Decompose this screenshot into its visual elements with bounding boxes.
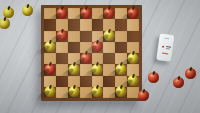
square-r7c6[interactable]: [103, 76, 115, 87]
square-r8c7[interactable]: [115, 87, 127, 98]
square-r5c4[interactable]: [80, 53, 92, 64]
board-grid: [44, 8, 139, 98]
red-apple-piece[interactable]: [92, 41, 103, 52]
square-r1c4[interactable]: [80, 8, 92, 19]
square-r4c2[interactable]: [56, 42, 68, 53]
square-r8c3[interactable]: [68, 87, 80, 98]
square-r3c7[interactable]: [115, 31, 127, 42]
phone[interactable]: [156, 33, 175, 62]
square-r1c8[interactable]: [127, 8, 139, 19]
yellow-apple-piece[interactable]: [128, 52, 139, 63]
square-r2c3[interactable]: [68, 19, 80, 30]
captured-red-apple[interactable]: [148, 72, 159, 83]
square-r1c2[interactable]: [56, 8, 68, 19]
phone-speaker: [164, 37, 169, 39]
red-bar-icon: [162, 52, 168, 54]
captured-yellow-apple[interactable]: [22, 5, 33, 16]
yellow-apple-piece[interactable]: [104, 30, 115, 41]
captured-red-apple[interactable]: [138, 90, 149, 101]
square-r3c8[interactable]: [127, 31, 139, 42]
yellow-apple-piece[interactable]: [116, 86, 127, 97]
square-r6c7[interactable]: [115, 64, 127, 75]
square-r6c5[interactable]: [92, 64, 104, 75]
square-r2c5[interactable]: [92, 19, 104, 30]
square-r8c1[interactable]: [44, 87, 56, 98]
square-r3c3[interactable]: [68, 31, 80, 42]
captured-yellow-apple[interactable]: [0, 18, 10, 29]
red-apple-piece[interactable]: [80, 52, 91, 63]
square-r5c6[interactable]: [103, 53, 115, 64]
square-r1c6[interactable]: [103, 8, 115, 19]
square-r4c7[interactable]: [115, 42, 127, 53]
square-r5c2[interactable]: [56, 53, 68, 64]
square-r3c6[interactable]: [103, 31, 115, 42]
red-apple-piece[interactable]: [44, 64, 55, 75]
square-r5c8[interactable]: [127, 53, 139, 64]
captured-red-apple[interactable]: [173, 77, 184, 88]
square-r4c6[interactable]: [103, 42, 115, 53]
square-r6c3[interactable]: [68, 64, 80, 75]
red-apple-piece[interactable]: [104, 7, 115, 18]
square-r4c1[interactable]: [44, 42, 56, 53]
yellow-apple-piece[interactable]: [68, 64, 79, 75]
square-r7c8[interactable]: [127, 76, 139, 87]
yellow-apple-piece[interactable]: [92, 86, 103, 97]
screen-text-line: [165, 48, 169, 50]
yellow-apple-piece[interactable]: [68, 86, 79, 97]
square-r7c4[interactable]: [80, 76, 92, 87]
red-apple-piece[interactable]: [56, 7, 67, 18]
yellow-apple-piece[interactable]: [44, 86, 55, 97]
checkers-board: [41, 5, 142, 101]
square-r8c5[interactable]: [92, 87, 104, 98]
captured-red-apple[interactable]: [185, 68, 196, 79]
square-r2c7[interactable]: [115, 19, 127, 30]
square-r4c5[interactable]: [92, 42, 104, 53]
square-r3c2[interactable]: [56, 31, 68, 42]
yellow-apple-piece[interactable]: [92, 64, 103, 75]
red-apple-piece[interactable]: [128, 7, 139, 18]
square-r2c8[interactable]: [127, 19, 139, 30]
square-r7c2[interactable]: [56, 76, 68, 87]
red-apple-piece[interactable]: [56, 30, 67, 41]
yellow-apple-piece[interactable]: [128, 75, 139, 86]
red-dot-icon: [161, 45, 164, 48]
square-r6c1[interactable]: [44, 64, 56, 75]
square-r4c3[interactable]: [68, 42, 80, 53]
table-surface: [0, 0, 200, 113]
yellow-apple-piece[interactable]: [116, 64, 127, 75]
phone-screen: [158, 35, 173, 60]
square-r3c4[interactable]: [80, 31, 92, 42]
screen-text-line: [166, 46, 171, 48]
square-r2c1[interactable]: [44, 19, 56, 30]
square-r2c4[interactable]: [80, 19, 92, 30]
red-apple-piece[interactable]: [80, 7, 91, 18]
yellow-apple-piece[interactable]: [44, 41, 55, 52]
